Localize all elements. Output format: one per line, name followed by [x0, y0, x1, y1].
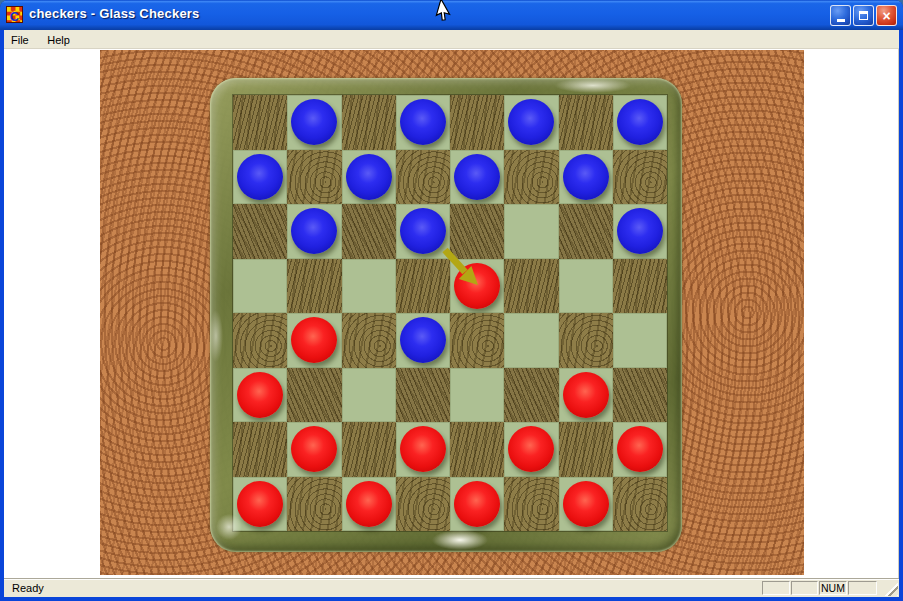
red-piece-r7c2[interactable] — [291, 426, 337, 472]
blue-piece-r2c3[interactable] — [346, 154, 392, 200]
light-square-r1c8[interactable] — [613, 95, 667, 150]
light-square-r6c1[interactable] — [233, 368, 287, 423]
menu-file[interactable]: File — [4, 32, 36, 46]
dark-square-r3c3 — [342, 204, 396, 259]
light-square-r3c4[interactable] — [396, 204, 450, 259]
status-panel-num: NUM — [819, 581, 847, 595]
blue-piece-r3c2[interactable] — [291, 208, 337, 254]
light-square-r5c4[interactable] — [396, 313, 450, 368]
dark-square-r5c5 — [450, 313, 504, 368]
window-title: checkers - Glass Checkers — [29, 6, 200, 21]
dark-square-r8c8 — [613, 477, 667, 532]
light-square-r3c6[interactable] — [504, 204, 558, 259]
dark-square-r8c2 — [287, 477, 341, 532]
maximize-icon — [859, 11, 868, 20]
light-square-r7c4[interactable] — [396, 422, 450, 477]
checkers-board — [210, 78, 682, 552]
client-area — [4, 49, 899, 578]
blue-piece-r1c4[interactable] — [400, 99, 446, 145]
light-square-r3c8[interactable] — [613, 204, 667, 259]
menu-help[interactable]: Help — [40, 32, 77, 46]
menu-bar: File Help — [4, 30, 899, 49]
dark-square-r4c6 — [504, 259, 558, 314]
red-piece-r6c1[interactable] — [237, 372, 283, 418]
light-square-r1c4[interactable] — [396, 95, 450, 150]
resize-grip[interactable] — [883, 581, 898, 596]
dark-square-r7c1 — [233, 422, 287, 477]
window-controls: × — [830, 5, 897, 26]
blue-piece-r5c4[interactable] — [400, 317, 446, 363]
dark-square-r8c6 — [504, 477, 558, 532]
dark-square-r5c1 — [233, 313, 287, 368]
blue-piece-r3c8[interactable] — [617, 208, 663, 254]
red-piece-r8c3[interactable] — [346, 481, 392, 527]
light-square-r4c3[interactable] — [342, 259, 396, 314]
dark-square-r6c4 — [396, 368, 450, 423]
light-square-r1c6[interactable] — [504, 95, 558, 150]
dark-square-r1c5 — [450, 95, 504, 150]
glass-highlight-left — [209, 310, 223, 362]
red-piece-r5c2[interactable] — [291, 317, 337, 363]
dark-square-r6c6 — [504, 368, 558, 423]
minimize-icon — [837, 19, 845, 22]
dark-square-r7c5 — [450, 422, 504, 477]
dark-square-r2c8 — [613, 150, 667, 205]
light-square-r5c6[interactable] — [504, 313, 558, 368]
red-piece-r4c5[interactable] — [454, 263, 500, 309]
dark-square-r2c4 — [396, 150, 450, 205]
board-grid — [233, 95, 667, 531]
status-panel-1 — [762, 581, 790, 595]
red-piece-r6c7[interactable] — [563, 372, 609, 418]
light-square-r8c5[interactable] — [450, 477, 504, 532]
light-square-r7c2[interactable] — [287, 422, 341, 477]
light-square-r4c1[interactable] — [233, 259, 287, 314]
light-square-r2c7[interactable] — [559, 150, 613, 205]
dark-square-r3c5 — [450, 204, 504, 259]
app-icon-letter: C — [10, 9, 19, 24]
dark-square-r5c3 — [342, 313, 396, 368]
blue-piece-r1c8[interactable] — [617, 99, 663, 145]
dark-square-r3c1 — [233, 204, 287, 259]
close-icon: × — [882, 9, 890, 23]
dark-square-r3c7 — [559, 204, 613, 259]
dark-square-r4c2 — [287, 259, 341, 314]
dark-square-r2c2 — [287, 150, 341, 205]
light-square-r6c7[interactable] — [559, 368, 613, 423]
light-square-r3c2[interactable] — [287, 204, 341, 259]
status-message: Ready — [12, 582, 44, 594]
light-square-r5c2[interactable] — [287, 313, 341, 368]
blue-piece-r1c6[interactable] — [508, 99, 554, 145]
red-piece-r8c1[interactable] — [237, 481, 283, 527]
dark-square-r7c7 — [559, 422, 613, 477]
status-bar: Ready NUM — [4, 578, 899, 597]
blue-piece-r2c7[interactable] — [563, 154, 609, 200]
close-button[interactable]: × — [876, 5, 897, 26]
dark-square-r1c7 — [559, 95, 613, 150]
light-square-r8c7[interactable] — [559, 477, 613, 532]
light-square-r4c7[interactable] — [559, 259, 613, 314]
dark-square-r6c8 — [613, 368, 667, 423]
light-square-r1c2[interactable] — [287, 95, 341, 150]
red-piece-r7c8[interactable] — [617, 426, 663, 472]
dark-square-r4c4 — [396, 259, 450, 314]
status-panel-2 — [791, 581, 818, 595]
light-square-r6c3[interactable] — [342, 368, 396, 423]
blue-piece-r3c4[interactable] — [400, 208, 446, 254]
light-square-r7c8[interactable] — [613, 422, 667, 477]
light-square-r7c6[interactable] — [504, 422, 558, 477]
light-square-r5c8[interactable] — [613, 313, 667, 368]
dark-square-r5c7 — [559, 313, 613, 368]
red-piece-r8c7[interactable] — [563, 481, 609, 527]
light-square-r2c1[interactable] — [233, 150, 287, 205]
red-piece-r7c6[interactable] — [508, 426, 554, 472]
app-icon: C — [6, 6, 23, 23]
dark-square-r4c8 — [613, 259, 667, 314]
dark-square-r2c6 — [504, 150, 558, 205]
dark-square-r1c3 — [342, 95, 396, 150]
minimize-button[interactable] — [830, 5, 851, 26]
blue-piece-r2c1[interactable] — [237, 154, 283, 200]
glass-highlight-top — [555, 78, 631, 93]
dark-square-r8c4 — [396, 477, 450, 532]
light-square-r8c1[interactable] — [233, 477, 287, 532]
light-square-r2c3[interactable] — [342, 150, 396, 205]
light-square-r8c3[interactable] — [342, 477, 396, 532]
red-piece-r7c4[interactable] — [400, 426, 446, 472]
light-square-r2c5[interactable] — [450, 150, 504, 205]
dark-square-r1c1 — [233, 95, 287, 150]
blue-piece-r1c2[interactable] — [291, 99, 337, 145]
maximize-button[interactable] — [853, 5, 874, 26]
light-square-r6c5[interactable] — [450, 368, 504, 423]
red-piece-r8c5[interactable] — [454, 481, 500, 527]
status-panel-4 — [848, 581, 877, 595]
glass-highlight-bottom — [432, 530, 488, 550]
light-square-r4c5[interactable] — [450, 259, 504, 314]
dark-square-r6c2 — [287, 368, 341, 423]
app-window: C checkers - Glass Checkers × File Help — [0, 0, 903, 601]
dark-square-r7c3 — [342, 422, 396, 477]
wood-background — [100, 50, 804, 575]
blue-piece-r2c5[interactable] — [454, 154, 500, 200]
